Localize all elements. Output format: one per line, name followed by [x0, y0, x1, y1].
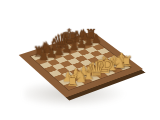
piece-white-rook: ♜	[120, 54, 133, 68]
piece-black-queen: ♛	[53, 32, 71, 52]
board-squares: ♜♞♝♛♚♝♞♜♟♟♟♟♟♟♟♟♟♟♟♟♟♟♟♟♜♞♝♛♚♝♞♜	[31, 37, 131, 90]
chess-board: ♜♞♝♛♚♝♞♜♟♟♟♟♟♟♟♟♟♟♟♟♟♟♟♟♜♞♝♛♚♝♞♜	[19, 31, 144, 97]
square-a3	[54, 74, 67, 81]
piece-black-rook: ♜	[85, 28, 97, 41]
chess-set-photo: ♜♞♝♛♚♝♞♜♟♟♟♟♟♟♟♟♟♟♟♟♟♟♟♟♜♞♝♛♚♝♞♜	[0, 0, 160, 120]
